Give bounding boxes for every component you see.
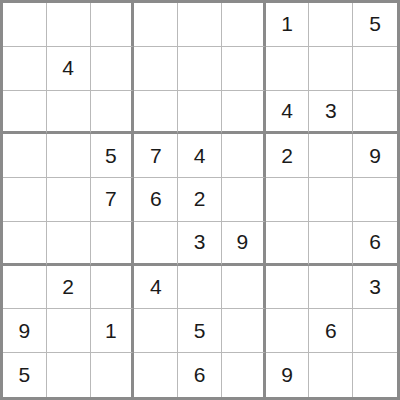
cell-r6c4[interactable] — [134, 222, 178, 266]
sudoku-board: 15443574297623962439156569 — [0, 0, 400, 400]
cell-r7c6[interactable] — [222, 266, 266, 310]
cell-r2c9[interactable] — [353, 47, 397, 91]
cell-r9c7[interactable]: 9 — [266, 353, 310, 397]
cell-r5c2[interactable] — [47, 178, 91, 222]
cell-r2c3[interactable] — [91, 47, 135, 91]
cell-r1c9[interactable]: 5 — [353, 3, 397, 47]
cell-r9c1[interactable]: 5 — [3, 353, 47, 397]
cell-r3c2[interactable] — [47, 91, 91, 135]
cell-r6c6[interactable]: 9 — [222, 222, 266, 266]
cell-r1c6[interactable] — [222, 3, 266, 47]
cell-r8c2[interactable] — [47, 309, 91, 353]
cell-r6c9[interactable]: 6 — [353, 222, 397, 266]
sudoku-puzzle: 15443574297623962439156569 — [0, 0, 400, 400]
cell-r3c9[interactable] — [353, 91, 397, 135]
cell-r6c1[interactable] — [3, 222, 47, 266]
cell-r5c3[interactable]: 7 — [91, 178, 135, 222]
cell-r9c4[interactable] — [134, 353, 178, 397]
cell-r5c1[interactable] — [3, 178, 47, 222]
cell-r5c5[interactable]: 2 — [178, 178, 222, 222]
cell-r7c5[interactable] — [178, 266, 222, 310]
cell-r3c1[interactable] — [3, 91, 47, 135]
cell-r6c8[interactable] — [309, 222, 353, 266]
cell-r9c2[interactable] — [47, 353, 91, 397]
cell-r1c4[interactable] — [134, 3, 178, 47]
cell-r4c1[interactable] — [3, 134, 47, 178]
cell-r3c5[interactable] — [178, 91, 222, 135]
cell-r7c2[interactable]: 2 — [47, 266, 91, 310]
cell-r2c7[interactable] — [266, 47, 310, 91]
cell-r8c9[interactable] — [353, 309, 397, 353]
cell-r1c1[interactable] — [3, 3, 47, 47]
cell-r7c4[interactable]: 4 — [134, 266, 178, 310]
cell-r5c7[interactable] — [266, 178, 310, 222]
cell-r8c3[interactable]: 1 — [91, 309, 135, 353]
cell-r7c1[interactable] — [3, 266, 47, 310]
cell-r1c5[interactable] — [178, 3, 222, 47]
cell-r1c8[interactable] — [309, 3, 353, 47]
cell-r4c9[interactable]: 9 — [353, 134, 397, 178]
cell-r5c4[interactable]: 6 — [134, 178, 178, 222]
cell-r4c3[interactable]: 5 — [91, 134, 135, 178]
cell-r7c7[interactable] — [266, 266, 310, 310]
cell-r5c9[interactable] — [353, 178, 397, 222]
cell-r5c8[interactable] — [309, 178, 353, 222]
cell-r2c2[interactable]: 4 — [47, 47, 91, 91]
cell-r8c6[interactable] — [222, 309, 266, 353]
cell-r2c6[interactable] — [222, 47, 266, 91]
cell-r9c9[interactable] — [353, 353, 397, 397]
cell-r4c5[interactable]: 4 — [178, 134, 222, 178]
cell-r2c1[interactable] — [3, 47, 47, 91]
cell-r4c8[interactable] — [309, 134, 353, 178]
cell-r3c8[interactable]: 3 — [309, 91, 353, 135]
cell-r9c8[interactable] — [309, 353, 353, 397]
cell-r2c4[interactable] — [134, 47, 178, 91]
cell-r8c8[interactable]: 6 — [309, 309, 353, 353]
cell-r1c7[interactable]: 1 — [266, 3, 310, 47]
cell-r7c9[interactable]: 3 — [353, 266, 397, 310]
cell-r7c3[interactable] — [91, 266, 135, 310]
cell-r3c6[interactable] — [222, 91, 266, 135]
cell-r8c7[interactable] — [266, 309, 310, 353]
cell-r9c5[interactable]: 6 — [178, 353, 222, 397]
cell-r9c3[interactable] — [91, 353, 135, 397]
cell-r1c3[interactable] — [91, 3, 135, 47]
cell-r3c4[interactable] — [134, 91, 178, 135]
cell-r3c7[interactable]: 4 — [266, 91, 310, 135]
cell-r6c3[interactable] — [91, 222, 135, 266]
cell-r4c7[interactable]: 2 — [266, 134, 310, 178]
cell-r8c1[interactable]: 9 — [3, 309, 47, 353]
cell-r6c7[interactable] — [266, 222, 310, 266]
cell-r9c6[interactable] — [222, 353, 266, 397]
cell-r3c3[interactable] — [91, 91, 135, 135]
cell-r5c6[interactable] — [222, 178, 266, 222]
cell-r6c2[interactable] — [47, 222, 91, 266]
cell-r4c6[interactable] — [222, 134, 266, 178]
cell-r8c5[interactable]: 5 — [178, 309, 222, 353]
cell-r4c4[interactable]: 7 — [134, 134, 178, 178]
cell-r2c5[interactable] — [178, 47, 222, 91]
cell-r4c2[interactable] — [47, 134, 91, 178]
cell-r6c5[interactable]: 3 — [178, 222, 222, 266]
cell-r8c4[interactable] — [134, 309, 178, 353]
cell-r7c8[interactable] — [309, 266, 353, 310]
cell-r2c8[interactable] — [309, 47, 353, 91]
cell-r1c2[interactable] — [47, 3, 91, 47]
